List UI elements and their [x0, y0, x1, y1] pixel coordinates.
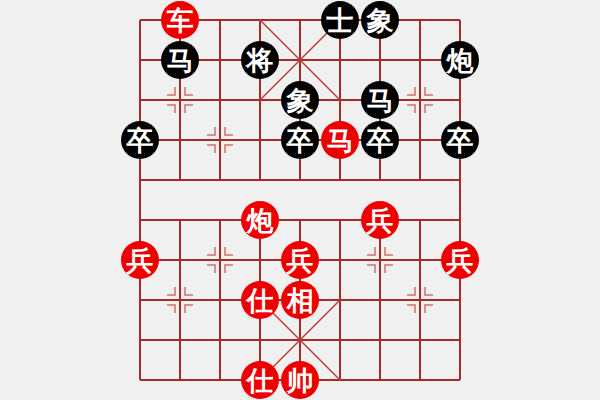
xiangqi-board: 车士象马将炮象马卒卒马卒卒炮兵兵兵兵仕相仕帅 [0, 0, 600, 400]
piece-red-soldier[interactable]: 兵 [281, 241, 319, 279]
piece-black-horse[interactable]: 马 [361, 81, 399, 119]
piece-black-soldier[interactable]: 卒 [281, 121, 319, 159]
piece-red-chariot[interactable]: 车 [161, 1, 199, 39]
piece-red-cannon[interactable]: 炮 [241, 201, 279, 239]
piece-red-general[interactable]: 帅 [281, 361, 319, 399]
piece-black-general[interactable]: 将 [241, 41, 279, 79]
piece-red-elephant[interactable]: 相 [281, 281, 319, 319]
piece-black-elephant[interactable]: 象 [361, 1, 399, 39]
piece-black-soldier[interactable]: 卒 [121, 121, 159, 159]
piece-black-advisor[interactable]: 士 [321, 1, 359, 39]
piece-black-soldier[interactable]: 卒 [441, 121, 479, 159]
piece-black-soldier[interactable]: 卒 [361, 121, 399, 159]
piece-red-advisor[interactable]: 仕 [241, 361, 279, 399]
piece-red-soldier[interactable]: 兵 [441, 241, 479, 279]
piece-red-soldier[interactable]: 兵 [361, 201, 399, 239]
piece-red-horse[interactable]: 马 [321, 121, 359, 159]
board-grid: 车士象马将炮象马卒卒马卒卒炮兵兵兵兵仕相仕帅 [120, 0, 480, 400]
piece-red-soldier[interactable]: 兵 [121, 241, 159, 279]
piece-black-horse[interactable]: 马 [161, 41, 199, 79]
piece-black-cannon[interactable]: 炮 [441, 41, 479, 79]
piece-red-advisor[interactable]: 仕 [241, 281, 279, 319]
piece-black-elephant[interactable]: 象 [281, 81, 319, 119]
